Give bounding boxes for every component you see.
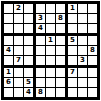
cell-r5c6[interactable]: [56, 46, 65, 55]
cell-r5c7[interactable]: [68, 46, 77, 55]
cell-r2c4[interactable]: 3: [36, 14, 45, 23]
cell-r2c3[interactable]: [24, 14, 33, 23]
sudoku-box-2: 384: [36, 4, 65, 33]
cell-r6c2[interactable]: 7: [14, 56, 23, 65]
sudoku-box-5: 1: [36, 36, 65, 65]
cell-r9c7[interactable]: [68, 88, 77, 97]
cell-r6c3[interactable]: [24, 56, 33, 65]
cell-r5c3[interactable]: [24, 46, 33, 55]
cell-r7c3[interactable]: [24, 68, 33, 77]
cell-r9c3[interactable]: 4: [24, 88, 33, 97]
cell-r5c1[interactable]: 4: [4, 46, 13, 55]
cell-r1c2[interactable]: 2: [14, 4, 23, 13]
cell-r2c8[interactable]: [78, 14, 87, 23]
cell-r5c5[interactable]: [46, 46, 55, 55]
cell-r4c1[interactable]: [4, 36, 13, 45]
cell-r8c7[interactable]: [68, 78, 77, 87]
cell-r1c9[interactable]: [88, 4, 97, 13]
sudoku-box-4: 47: [4, 36, 33, 65]
cell-r1c7[interactable]: 1: [68, 4, 77, 13]
cell-r6c6[interactable]: [56, 56, 65, 65]
cell-r7c2[interactable]: [14, 68, 23, 77]
cell-r5c2[interactable]: [14, 46, 23, 55]
cell-r4c9[interactable]: [88, 36, 97, 45]
cell-r8c1[interactable]: 6: [4, 78, 13, 87]
cell-r3c5[interactable]: [46, 24, 55, 33]
cell-r6c4[interactable]: [36, 56, 45, 65]
cell-r7c5[interactable]: [46, 68, 55, 77]
sudoku-box-6: 583: [68, 36, 97, 65]
cell-r4c4[interactable]: [36, 36, 45, 45]
cell-r9c2[interactable]: [14, 88, 23, 97]
sudoku-box-8: 8: [36, 68, 65, 97]
cell-r9c8[interactable]: [78, 88, 87, 97]
cell-r8c3[interactable]: 5: [24, 78, 33, 87]
cell-r8c9[interactable]: [88, 78, 97, 87]
cell-r6c5[interactable]: [46, 56, 55, 65]
cell-r9c5[interactable]: [46, 88, 55, 97]
cell-r7c4[interactable]: [36, 68, 45, 77]
cell-r1c5[interactable]: [46, 4, 55, 13]
cell-r5c4[interactable]: [36, 46, 45, 55]
cell-r1c8[interactable]: [78, 4, 87, 13]
cell-r3c7[interactable]: [68, 24, 77, 33]
sudoku-box-1: 2: [4, 4, 33, 33]
cell-r1c4[interactable]: [36, 4, 45, 13]
cell-r8c2[interactable]: [14, 78, 23, 87]
cell-r4c7[interactable]: 5: [68, 36, 77, 45]
cell-r8c8[interactable]: [78, 78, 87, 87]
sudoku-board: 23841471583165487: [1, 1, 100, 100]
cell-r6c7[interactable]: [68, 56, 77, 65]
page-background: 23841471583165487: [0, 0, 101, 101]
cell-r7c6[interactable]: [56, 68, 65, 77]
cell-r5c9[interactable]: 8: [88, 46, 97, 55]
sudoku-box-3: 1: [68, 4, 97, 33]
cell-r2c5[interactable]: [46, 14, 55, 23]
cell-r7c7[interactable]: 7: [68, 68, 77, 77]
cell-r9c6[interactable]: [56, 88, 65, 97]
cell-r7c9[interactable]: [88, 68, 97, 77]
cell-r3c3[interactable]: [24, 24, 33, 33]
cell-r9c1[interactable]: [4, 88, 13, 97]
cell-r3c4[interactable]: 4: [36, 24, 45, 33]
cell-r9c9[interactable]: [88, 88, 97, 97]
cell-r1c3[interactable]: [24, 4, 33, 13]
cell-r1c6[interactable]: [56, 4, 65, 13]
cell-r4c2[interactable]: [14, 36, 23, 45]
cell-r4c5[interactable]: 1: [46, 36, 55, 45]
cell-r5c8[interactable]: [78, 46, 87, 55]
cell-r9c4[interactable]: 8: [36, 88, 45, 97]
cell-r4c6[interactable]: [56, 36, 65, 45]
sudoku-box-7: 1654: [4, 68, 33, 97]
cell-r7c8[interactable]: [78, 68, 87, 77]
cell-r6c8[interactable]: 3: [78, 56, 87, 65]
cell-r8c6[interactable]: [56, 78, 65, 87]
cell-r4c8[interactable]: [78, 36, 87, 45]
cell-r3c6[interactable]: [56, 24, 65, 33]
cell-r6c9[interactable]: [88, 56, 97, 65]
cell-r2c6[interactable]: 8: [56, 14, 65, 23]
cell-r2c9[interactable]: [88, 14, 97, 23]
cell-r2c1[interactable]: [4, 14, 13, 23]
cell-r3c2[interactable]: [14, 24, 23, 33]
sudoku-box-9: 7: [68, 68, 97, 97]
cell-r3c9[interactable]: [88, 24, 97, 33]
cell-r7c1[interactable]: 1: [4, 68, 13, 77]
cell-r8c5[interactable]: [46, 78, 55, 87]
cell-r8c4[interactable]: [36, 78, 45, 87]
cell-r6c1[interactable]: [4, 56, 13, 65]
cell-r1c1[interactable]: [4, 4, 13, 13]
cell-r2c2[interactable]: [14, 14, 23, 23]
cell-r2c7[interactable]: [68, 14, 77, 23]
cell-r3c8[interactable]: [78, 24, 87, 33]
cell-r4c3[interactable]: [24, 36, 33, 45]
cell-r3c1[interactable]: [4, 24, 13, 33]
